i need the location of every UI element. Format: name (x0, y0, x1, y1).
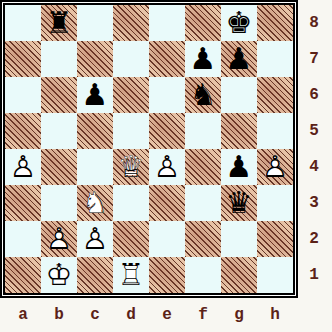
square-h4[interactable]: ♟♙ (257, 149, 293, 185)
square-b7[interactable] (41, 41, 77, 77)
rank-label-3: 3 (299, 185, 329, 221)
square-f8[interactable] (185, 5, 221, 41)
white-pawn[interactable]: ♟♙ (257, 149, 293, 185)
square-g3[interactable]: ♛ (221, 185, 257, 221)
file-label-c: c (77, 300, 113, 330)
square-d5[interactable] (113, 113, 149, 149)
white-knight[interactable]: ♞♘ (77, 185, 113, 221)
square-h3[interactable] (257, 185, 293, 221)
rank-label-5: 5 (299, 113, 329, 149)
square-f7[interactable]: ♟ (185, 41, 221, 77)
black-pawn[interactable]: ♟ (77, 77, 113, 113)
square-e3[interactable] (149, 185, 185, 221)
black-king[interactable]: ♚ (221, 5, 257, 41)
square-a6[interactable] (5, 77, 41, 113)
square-f6[interactable]: ♞ (185, 77, 221, 113)
square-g1[interactable] (221, 257, 257, 293)
square-e6[interactable] (149, 77, 185, 113)
white-pawn[interactable]: ♟♙ (77, 221, 113, 257)
square-g8[interactable]: ♚ (221, 5, 257, 41)
square-a1[interactable] (5, 257, 41, 293)
square-d3[interactable] (113, 185, 149, 221)
square-c7[interactable] (77, 41, 113, 77)
square-h1[interactable] (257, 257, 293, 293)
chess-board-frame: ♜♚♟♟♟♞♟♙♛♕♟♙♟♟♙♞♘♛♟♙♟♙♚♔♜♖ (0, 0, 298, 298)
square-e7[interactable] (149, 41, 185, 77)
square-h2[interactable] (257, 221, 293, 257)
square-d8[interactable] (113, 5, 149, 41)
square-e1[interactable] (149, 257, 185, 293)
square-d6[interactable] (113, 77, 149, 113)
square-f5[interactable] (185, 113, 221, 149)
square-b3[interactable] (41, 185, 77, 221)
square-e4[interactable]: ♟♙ (149, 149, 185, 185)
rank-label-1: 1 (299, 257, 329, 293)
square-f3[interactable] (185, 185, 221, 221)
square-g6[interactable] (221, 77, 257, 113)
square-g2[interactable] (221, 221, 257, 257)
square-b2[interactable]: ♟♙ (41, 221, 77, 257)
square-g5[interactable] (221, 113, 257, 149)
square-a3[interactable] (5, 185, 41, 221)
square-g4[interactable]: ♟ (221, 149, 257, 185)
square-c1[interactable] (77, 257, 113, 293)
rank-label-8: 8 (299, 5, 329, 41)
black-pawn[interactable]: ♟ (221, 41, 257, 77)
white-queen[interactable]: ♛♕ (113, 149, 149, 185)
square-h5[interactable] (257, 113, 293, 149)
square-e2[interactable] (149, 221, 185, 257)
square-d2[interactable] (113, 221, 149, 257)
black-knight[interactable]: ♞ (185, 77, 221, 113)
white-pawn[interactable]: ♟♙ (149, 149, 185, 185)
file-label-d: d (113, 300, 149, 330)
rank-label-6: 6 (299, 77, 329, 113)
file-label-g: g (221, 300, 257, 330)
rank-labels: 87654321 (299, 5, 329, 293)
file-label-b: b (41, 300, 77, 330)
square-a4[interactable]: ♟♙ (5, 149, 41, 185)
square-b4[interactable] (41, 149, 77, 185)
white-pawn[interactable]: ♟♙ (41, 221, 77, 257)
square-h8[interactable] (257, 5, 293, 41)
square-f1[interactable] (185, 257, 221, 293)
rank-label-2: 2 (299, 221, 329, 257)
black-queen[interactable]: ♛ (221, 185, 257, 221)
black-rook[interactable]: ♜ (41, 5, 77, 41)
square-b6[interactable] (41, 77, 77, 113)
square-h6[interactable] (257, 77, 293, 113)
file-label-h: h (257, 300, 293, 330)
square-b5[interactable] (41, 113, 77, 149)
square-c4[interactable] (77, 149, 113, 185)
white-pawn[interactable]: ♟♙ (5, 149, 41, 185)
black-pawn[interactable]: ♟ (221, 149, 257, 185)
square-e8[interactable] (149, 5, 185, 41)
square-f4[interactable] (185, 149, 221, 185)
file-label-e: e (149, 300, 185, 330)
square-a5[interactable] (5, 113, 41, 149)
file-label-f: f (185, 300, 221, 330)
square-b1[interactable]: ♚♔ (41, 257, 77, 293)
white-king[interactable]: ♚♔ (41, 257, 77, 293)
square-d7[interactable] (113, 41, 149, 77)
square-c8[interactable] (77, 5, 113, 41)
square-b8[interactable]: ♜ (41, 5, 77, 41)
chess-board: ♜♚♟♟♟♞♟♙♛♕♟♙♟♟♙♞♘♛♟♙♟♙♚♔♜♖ (5, 5, 293, 293)
square-f2[interactable] (185, 221, 221, 257)
square-a8[interactable] (5, 5, 41, 41)
rank-label-4: 4 (299, 149, 329, 185)
square-h7[interactable] (257, 41, 293, 77)
square-d4[interactable]: ♛♕ (113, 149, 149, 185)
chess-board-inner-frame: ♜♚♟♟♟♞♟♙♛♕♟♙♟♟♙♞♘♛♟♙♟♙♚♔♜♖ (3, 3, 295, 295)
square-g7[interactable]: ♟ (221, 41, 257, 77)
square-c5[interactable] (77, 113, 113, 149)
rank-label-7: 7 (299, 41, 329, 77)
square-a7[interactable] (5, 41, 41, 77)
black-pawn[interactable]: ♟ (185, 41, 221, 77)
square-a2[interactable] (5, 221, 41, 257)
square-c2[interactable]: ♟♙ (77, 221, 113, 257)
file-labels: abcdefgh (5, 300, 293, 330)
square-d1[interactable]: ♜♖ (113, 257, 149, 293)
square-c6[interactable]: ♟ (77, 77, 113, 113)
white-rook[interactable]: ♜♖ (113, 257, 149, 293)
square-c3[interactable]: ♞♘ (77, 185, 113, 221)
file-label-a: a (5, 300, 41, 330)
square-e5[interactable] (149, 113, 185, 149)
